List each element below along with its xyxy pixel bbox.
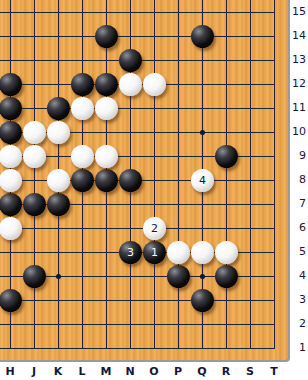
col-label-Q: Q	[194, 365, 210, 378]
col-label-T: T	[266, 365, 282, 378]
move-label-1: 1	[151, 247, 158, 258]
stone-white-L11	[71, 97, 94, 120]
stone-black-L8	[71, 169, 94, 192]
stone-white-H6	[0, 217, 22, 240]
row-label-15: 15	[292, 6, 306, 18]
grid-line-col-P	[178, 0, 179, 349]
stone-white-K8	[47, 169, 70, 192]
stone-white-Q5	[191, 241, 214, 264]
stone-black-H3	[0, 289, 22, 312]
stone-white-R5	[215, 241, 238, 264]
stone-black-P4	[167, 265, 190, 288]
stone-white-L9	[71, 145, 94, 168]
stone-white-P5	[167, 241, 190, 264]
stone-white-H8	[0, 169, 22, 192]
grid-line-row-2	[0, 324, 275, 325]
grid-line-row-11	[0, 108, 275, 109]
go-board[interactable]	[0, 0, 290, 362]
row-label-3: 3	[292, 294, 306, 306]
stone-white-M9	[95, 145, 118, 168]
grid-line-row-15	[0, 12, 275, 13]
col-label-M: M	[98, 365, 114, 378]
row-label-5: 5	[292, 246, 306, 258]
stone-black-R9	[215, 145, 238, 168]
stone-black-M14	[95, 25, 118, 48]
stone-white-J9	[23, 145, 46, 168]
grid-line-row-3	[0, 300, 275, 301]
stone-black-N5: 3	[119, 241, 142, 264]
row-label-11: 11	[292, 102, 306, 114]
grid-line-col-O	[154, 0, 155, 349]
row-label-12: 12	[292, 78, 306, 90]
col-label-L: L	[74, 365, 90, 378]
stone-black-H11	[0, 97, 22, 120]
stone-black-L12	[71, 73, 94, 96]
stone-black-H10	[0, 121, 22, 144]
stone-black-M8	[95, 169, 118, 192]
grid-line-row-1	[0, 348, 275, 349]
row-label-8: 8	[292, 174, 306, 186]
row-label-2: 2	[292, 318, 306, 330]
grid-line-col-S	[250, 0, 251, 349]
stone-black-J7	[23, 193, 46, 216]
row-label-1: 1	[292, 342, 306, 354]
stone-white-Q8: 4	[191, 169, 214, 192]
row-label-10: 10	[292, 126, 306, 138]
col-label-P: P	[170, 365, 186, 378]
col-label-K: K	[50, 365, 66, 378]
stone-white-J10	[23, 121, 46, 144]
stone-white-N12	[119, 73, 142, 96]
col-label-S: S	[242, 365, 258, 378]
stone-black-N8	[119, 169, 142, 192]
stone-black-K11	[47, 97, 70, 120]
stone-white-O12	[143, 73, 166, 96]
row-label-9: 9	[292, 150, 306, 162]
stone-black-Q14	[191, 25, 214, 48]
col-label-N: N	[122, 365, 138, 378]
stone-black-N13	[119, 49, 142, 72]
grid-line-col-T	[274, 0, 275, 349]
stone-white-H9	[0, 145, 22, 168]
stone-white-K10	[47, 121, 70, 144]
col-label-O: O	[146, 365, 162, 378]
stone-black-R4	[215, 265, 238, 288]
stone-black-O5: 1	[143, 241, 166, 264]
col-label-R: R	[218, 365, 234, 378]
grid-line-col-J	[34, 0, 35, 349]
star-point-K4	[56, 274, 61, 279]
stone-white-M11	[95, 97, 118, 120]
move-label-3: 3	[127, 247, 134, 258]
move-label-4: 4	[199, 175, 206, 186]
stone-black-H7	[0, 193, 22, 216]
row-label-4: 4	[292, 270, 306, 282]
stone-white-O6: 2	[143, 217, 166, 240]
go-app-window: 3142151413121110987654321HJKLMNOPQRST	[0, 0, 308, 380]
grid-line-col-R	[226, 0, 227, 349]
grid-line-row-14	[0, 36, 275, 37]
row-label-14: 14	[292, 30, 306, 42]
star-point-Q4	[200, 274, 205, 279]
move-label-2: 2	[151, 223, 158, 234]
stone-black-H12	[0, 73, 22, 96]
grid-line-row-6	[0, 228, 275, 229]
row-label-7: 7	[292, 198, 306, 210]
col-label-H: H	[2, 365, 18, 378]
stone-black-M12	[95, 73, 118, 96]
stone-black-J4	[23, 265, 46, 288]
stone-black-Q3	[191, 289, 214, 312]
row-label-13: 13	[292, 54, 306, 66]
stone-black-K7	[47, 193, 70, 216]
star-point-Q10	[200, 130, 205, 135]
col-label-J: J	[26, 365, 42, 378]
row-label-6: 6	[292, 222, 306, 234]
